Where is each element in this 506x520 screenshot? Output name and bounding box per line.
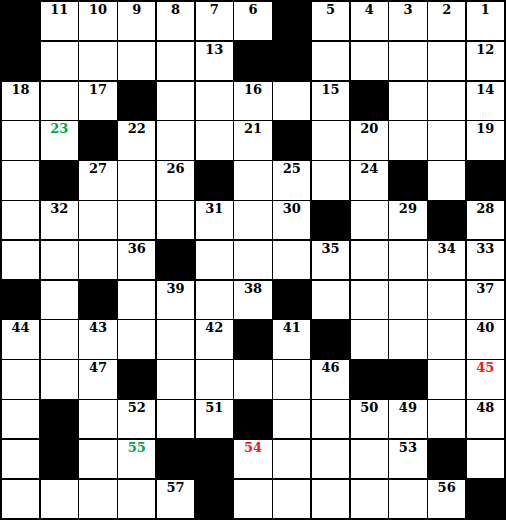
cell-r1c4[interactable]: 9 [118, 2, 155, 40]
cell-r12c7[interactable]: 54 [234, 440, 271, 478]
cell-r2c11[interactable] [389, 42, 426, 80]
block-cell-r12c6 [196, 440, 233, 478]
cell-r11c13[interactable]: 48 [467, 400, 504, 438]
crossword-grid: 1110987654321131218171615142322212019272… [0, 0, 506, 520]
clue-number-2: 2 [428, 3, 465, 17]
cell-r4c2[interactable]: 23 [41, 121, 78, 159]
cell-r13c1[interactable] [2, 480, 39, 518]
block-cell-r5c2 [41, 161, 78, 199]
clue-number-56: 56 [428, 481, 465, 495]
block-cell-r8c1 [2, 281, 39, 319]
cell-r2c5[interactable] [157, 42, 194, 80]
cell-r5c9[interactable] [312, 161, 349, 199]
cell-r2c13[interactable]: 12 [467, 42, 504, 80]
cell-r10c8[interactable] [273, 360, 310, 398]
cell-r10c6[interactable] [196, 360, 233, 398]
cell-r8c4[interactable] [118, 281, 155, 319]
cell-r6c2[interactable]: 32 [41, 201, 78, 239]
cell-r4c4[interactable]: 22 [118, 121, 155, 159]
cell-r1c9[interactable]: 5 [312, 2, 349, 40]
cell-r3c3[interactable]: 17 [79, 82, 116, 120]
cell-r1c12[interactable]: 2 [428, 2, 465, 40]
clue-number-5: 5 [312, 3, 349, 17]
cell-r1c10[interactable]: 4 [351, 2, 388, 40]
cell-r4c9[interactable] [312, 121, 349, 159]
clue-number-49: 49 [389, 401, 426, 415]
cell-r13c8[interactable] [273, 480, 310, 518]
cell-r5c3[interactable]: 27 [79, 161, 116, 199]
cell-r13c5[interactable]: 57 [157, 480, 194, 518]
block-cell-r6c9 [312, 201, 349, 239]
cell-r8c12[interactable] [428, 281, 465, 319]
block-cell-r9c9 [312, 320, 349, 358]
clue-number-33: 33 [467, 242, 504, 256]
cell-r13c10[interactable] [351, 480, 388, 518]
block-cell-r10c11 [389, 360, 426, 398]
cell-r7c1[interactable] [2, 241, 39, 279]
cell-r13c2[interactable] [41, 480, 78, 518]
clue-number-43: 43 [79, 321, 116, 335]
cell-r1c11[interactable]: 3 [389, 2, 426, 40]
block-cell-r5c13 [467, 161, 504, 199]
cell-r13c11[interactable] [389, 480, 426, 518]
clue-number-38: 38 [234, 282, 271, 296]
cell-r6c1[interactable] [2, 201, 39, 239]
block-cell-r5c11 [389, 161, 426, 199]
clue-number-31: 31 [196, 202, 233, 216]
block-cell-r7c5 [157, 241, 194, 279]
clue-number-52: 52 [118, 401, 155, 415]
cell-r12c11[interactable]: 53 [389, 440, 426, 478]
cell-r7c2[interactable] [41, 241, 78, 279]
block-cell-r12c5 [157, 440, 194, 478]
cell-r9c5[interactable] [157, 320, 194, 358]
cell-r11c8[interactable] [273, 400, 310, 438]
cell-r3c9[interactable]: 15 [312, 82, 349, 120]
cell-r2c4[interactable] [118, 42, 155, 80]
cell-r10c1[interactable] [2, 360, 39, 398]
clue-number-19: 19 [467, 122, 504, 136]
clue-number-30: 30 [273, 202, 310, 216]
cell-r13c9[interactable] [312, 480, 349, 518]
cell-r7c3[interactable] [79, 241, 116, 279]
clue-number-21: 21 [234, 122, 271, 136]
block-cell-r9c7 [234, 320, 271, 358]
cell-r13c4[interactable] [118, 480, 155, 518]
cell-r7c6[interactable] [196, 241, 233, 279]
cell-r5c1[interactable] [2, 161, 39, 199]
clue-number-48: 48 [467, 401, 504, 415]
cell-r4c7[interactable]: 21 [234, 121, 271, 159]
cell-r1c7[interactable]: 6 [234, 2, 271, 40]
block-cell-r1c8 [273, 2, 310, 40]
cell-r4c6[interactable] [196, 121, 233, 159]
cell-r7c4[interactable]: 36 [118, 241, 155, 279]
clue-number-36: 36 [118, 242, 155, 256]
cell-r6c7[interactable] [234, 201, 271, 239]
cell-r11c12[interactable] [428, 400, 465, 438]
clue-number-12: 12 [467, 43, 504, 57]
cell-r9c3[interactable]: 43 [79, 320, 116, 358]
cell-r2c3[interactable] [79, 42, 116, 80]
cell-r4c11[interactable] [389, 121, 426, 159]
clue-number-10: 10 [79, 3, 116, 17]
cell-r1c13[interactable]: 1 [467, 2, 504, 40]
block-cell-r8c3 [79, 281, 116, 319]
cell-r7c9[interactable]: 35 [312, 241, 349, 279]
cell-r10c12[interactable] [428, 360, 465, 398]
cell-r6c8[interactable]: 30 [273, 201, 310, 239]
cell-r11c11[interactable]: 49 [389, 400, 426, 438]
cell-r5c12[interactable] [428, 161, 465, 199]
block-cell-r10c4 [118, 360, 155, 398]
cell-r5c4[interactable] [118, 161, 155, 199]
clue-number-15: 15 [312, 83, 349, 97]
clue-number-47: 47 [79, 361, 116, 375]
cell-r6c4[interactable] [118, 201, 155, 239]
cell-r7c7[interactable] [234, 241, 271, 279]
clue-number-9: 9 [118, 3, 155, 17]
cell-r6c3[interactable] [79, 201, 116, 239]
cell-r4c12[interactable] [428, 121, 465, 159]
block-cell-r4c3 [79, 121, 116, 159]
block-cell-r3c10 [351, 82, 388, 120]
cell-r12c10[interactable] [351, 440, 388, 478]
clue-number-1: 1 [467, 3, 504, 17]
cell-r1c6[interactable]: 7 [196, 2, 233, 40]
cell-r11c3[interactable] [79, 400, 116, 438]
cell-r3c6[interactable] [196, 82, 233, 120]
block-cell-r6c12 [428, 201, 465, 239]
block-cell-r1c1 [2, 2, 39, 40]
cell-r9c1[interactable]: 44 [2, 320, 39, 358]
cell-r9c6[interactable]: 42 [196, 320, 233, 358]
cell-r11c5[interactable] [157, 400, 194, 438]
cell-r10c9[interactable]: 46 [312, 360, 349, 398]
cell-r12c3[interactable] [79, 440, 116, 478]
cell-r10c2[interactable] [41, 360, 78, 398]
cell-r2c9[interactable] [312, 42, 349, 80]
cell-r6c11[interactable]: 29 [389, 201, 426, 239]
clue-number-8: 8 [157, 3, 194, 17]
cell-r9c8[interactable]: 41 [273, 320, 310, 358]
block-cell-r10c10 [351, 360, 388, 398]
clue-number-18: 18 [2, 83, 39, 97]
clue-number-20: 20 [351, 122, 388, 136]
cell-r10c13[interactable]: 45 [467, 360, 504, 398]
cell-r11c4[interactable]: 52 [118, 400, 155, 438]
cell-r7c11[interactable] [389, 241, 426, 279]
cell-r2c10[interactable] [351, 42, 388, 80]
cell-r2c6[interactable]: 13 [196, 42, 233, 80]
cell-r1c2[interactable]: 11 [41, 2, 78, 40]
cell-r7c8[interactable] [273, 241, 310, 279]
cell-r6c13[interactable]: 28 [467, 201, 504, 239]
block-cell-r11c7 [234, 400, 271, 438]
clue-number-4: 4 [351, 3, 388, 17]
cell-r9c2[interactable] [41, 320, 78, 358]
clue-number-6: 6 [234, 3, 271, 17]
clue-number-35: 35 [312, 242, 349, 256]
cell-r13c7[interactable] [234, 480, 271, 518]
clue-number-51: 51 [196, 401, 233, 415]
clue-number-22: 22 [118, 122, 155, 136]
block-cell-r2c8 [273, 42, 310, 80]
clue-number-34: 34 [428, 242, 465, 256]
cell-r9c11[interactable] [389, 320, 426, 358]
cell-r2c2[interactable] [41, 42, 78, 80]
cell-r1c3[interactable]: 10 [79, 2, 116, 40]
clue-number-55: 55 [118, 441, 155, 455]
cell-r7c13[interactable]: 33 [467, 241, 504, 279]
clue-number-3: 3 [389, 3, 426, 17]
cell-r11c10[interactable]: 50 [351, 400, 388, 438]
cell-r10c3[interactable]: 47 [79, 360, 116, 398]
clue-number-16: 16 [234, 83, 271, 97]
cell-r4c13[interactable]: 19 [467, 121, 504, 159]
cell-r8c7[interactable]: 38 [234, 281, 271, 319]
clue-number-40: 40 [467, 321, 504, 335]
clue-number-26: 26 [157, 162, 194, 176]
cell-r7c10[interactable] [351, 241, 388, 279]
cell-r3c1[interactable]: 18 [2, 82, 39, 120]
cell-r5c7[interactable] [234, 161, 271, 199]
block-cell-r2c1 [2, 42, 39, 80]
clue-number-57: 57 [157, 481, 194, 495]
clue-number-28: 28 [467, 202, 504, 216]
clue-number-27: 27 [79, 162, 116, 176]
cell-r3c11[interactable] [389, 82, 426, 120]
cell-r2c12[interactable] [428, 42, 465, 80]
cell-r8c9[interactable] [312, 281, 349, 319]
block-cell-r5c6 [196, 161, 233, 199]
clue-number-42: 42 [196, 321, 233, 335]
cell-r9c12[interactable] [428, 320, 465, 358]
cell-r3c7[interactable]: 16 [234, 82, 271, 120]
cell-r12c13[interactable] [467, 440, 504, 478]
clue-number-11: 11 [41, 3, 78, 17]
block-cell-r11c2 [41, 400, 78, 438]
clue-number-54: 54 [234, 441, 271, 455]
cell-r10c5[interactable] [157, 360, 194, 398]
clue-number-45: 45 [467, 361, 504, 375]
cell-r10c7[interactable] [234, 360, 271, 398]
cell-r9c13[interactable]: 40 [467, 320, 504, 358]
clue-number-44: 44 [2, 321, 39, 335]
cell-r3c8[interactable] [273, 82, 310, 120]
cell-r7c12[interactable]: 34 [428, 241, 465, 279]
cell-r5c10[interactable]: 24 [351, 161, 388, 199]
cell-r8c10[interactable] [351, 281, 388, 319]
cell-r12c1[interactable] [2, 440, 39, 478]
cell-r3c5[interactable] [157, 82, 194, 120]
cell-r11c1[interactable] [2, 400, 39, 438]
cell-r3c13[interactable]: 14 [467, 82, 504, 120]
clue-number-13: 13 [196, 43, 233, 57]
cell-r3c2[interactable] [41, 82, 78, 120]
block-cell-r13c13 [467, 480, 504, 518]
clue-number-41: 41 [273, 321, 310, 335]
clue-number-46: 46 [312, 361, 349, 375]
block-cell-r2c7 [234, 42, 271, 80]
cell-r11c6[interactable]: 51 [196, 400, 233, 438]
cell-r9c4[interactable] [118, 320, 155, 358]
cell-r12c4[interactable]: 55 [118, 440, 155, 478]
clue-number-14: 14 [467, 83, 504, 97]
cell-r9c10[interactable] [351, 320, 388, 358]
clue-number-53: 53 [389, 441, 426, 455]
block-cell-r4c8 [273, 121, 310, 159]
cell-r8c13[interactable]: 37 [467, 281, 504, 319]
clue-number-37: 37 [467, 282, 504, 296]
block-cell-r8c8 [273, 281, 310, 319]
cell-r6c6[interactable]: 31 [196, 201, 233, 239]
block-cell-r3c4 [118, 82, 155, 120]
cell-r13c12[interactable]: 56 [428, 480, 465, 518]
cell-r5c5[interactable]: 26 [157, 161, 194, 199]
cell-r4c5[interactable] [157, 121, 194, 159]
cell-r12c9[interactable] [312, 440, 349, 478]
clue-number-7: 7 [196, 3, 233, 17]
cell-r4c1[interactable] [2, 121, 39, 159]
clue-number-17: 17 [79, 83, 116, 97]
cell-r11c9[interactable] [312, 400, 349, 438]
cell-r12c8[interactable] [273, 440, 310, 478]
cell-r5c8[interactable]: 25 [273, 161, 310, 199]
cell-r8c5[interactable]: 39 [157, 281, 194, 319]
clue-number-29: 29 [389, 202, 426, 216]
block-cell-r12c2 [41, 440, 78, 478]
cell-r8c2[interactable] [41, 281, 78, 319]
block-cell-r13c6 [196, 480, 233, 518]
cell-r6c5[interactable] [157, 201, 194, 239]
clue-number-24: 24 [351, 162, 388, 176]
cell-r3c12[interactable] [428, 82, 465, 120]
clue-number-50: 50 [351, 401, 388, 415]
cell-r4c10[interactable]: 20 [351, 121, 388, 159]
clue-number-39: 39 [157, 282, 194, 296]
cell-r6c10[interactable] [351, 201, 388, 239]
cell-r8c11[interactable] [389, 281, 426, 319]
block-cell-r12c12 [428, 440, 465, 478]
cell-r1c5[interactable]: 8 [157, 2, 194, 40]
clue-number-23: 23 [41, 122, 78, 136]
cell-r8c6[interactable] [196, 281, 233, 319]
clue-number-32: 32 [41, 202, 78, 216]
cell-r13c3[interactable] [79, 480, 116, 518]
clue-number-25: 25 [273, 162, 310, 176]
